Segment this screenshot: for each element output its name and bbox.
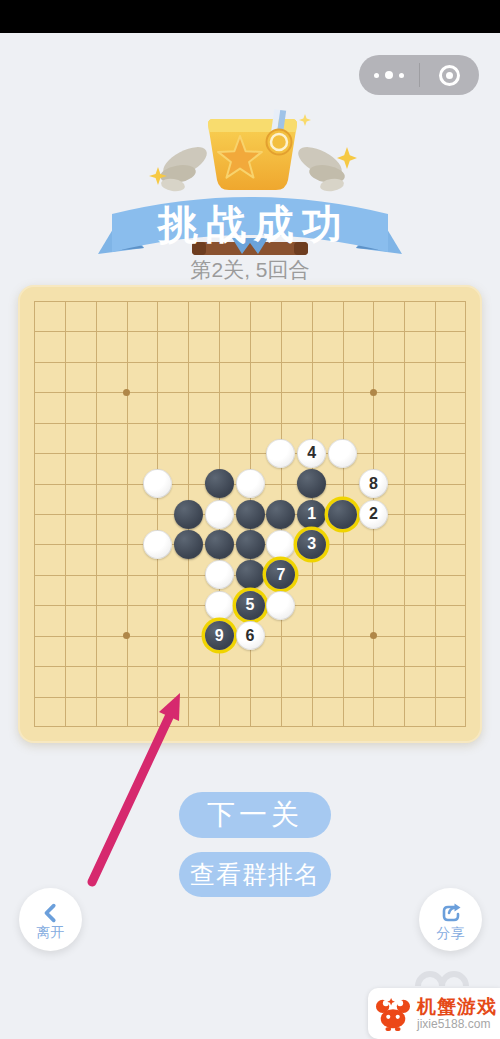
grid-cell <box>373 301 404 331</box>
grid-cell <box>312 331 343 361</box>
stone-black <box>236 560 265 589</box>
banner-title: 挑战成功 <box>0 197 500 252</box>
grid-cell <box>250 697 281 727</box>
board-grid: 481237596 <box>34 301 466 727</box>
grid-cell <box>157 666 188 696</box>
grid-cell <box>34 362 65 392</box>
grid-cell <box>404 605 435 635</box>
grid-cell <box>127 697 158 727</box>
grid-cell <box>34 697 65 727</box>
grid-cell <box>96 301 127 331</box>
grid-cell <box>404 697 435 727</box>
grid-cell <box>127 301 158 331</box>
grid-cell <box>96 392 127 422</box>
grid-cell <box>157 331 188 361</box>
grid-cell <box>96 636 127 666</box>
stone-white-move-2: 2 <box>359 500 388 529</box>
grid-cell <box>188 423 219 453</box>
grid-cell <box>281 301 312 331</box>
level-info: 第2关, 5回合 <box>0 256 500 284</box>
leave-button[interactable]: 离开 <box>19 888 82 951</box>
grid-cell <box>219 331 250 361</box>
grid-cell <box>404 636 435 666</box>
stone-white-move-4: 4 <box>297 439 326 468</box>
stone-white <box>205 500 234 529</box>
grid-cell <box>127 423 158 453</box>
grid-cell <box>435 331 466 361</box>
grid-cell <box>343 544 374 574</box>
stone-black <box>205 530 234 559</box>
grid-cell <box>404 484 435 514</box>
grid-cell <box>404 362 435 392</box>
grid-cell <box>404 666 435 696</box>
grid-cell <box>404 423 435 453</box>
gomoku-board: 481237596 <box>18 285 482 743</box>
grid-cell <box>96 362 127 392</box>
stone-white <box>266 439 295 468</box>
grid-cell <box>188 362 219 392</box>
grid-cell <box>127 636 158 666</box>
grid-cell <box>65 423 96 453</box>
grid-cell <box>312 301 343 331</box>
watermark-badge: 机蟹游戏 jixie5188.com <box>368 988 500 1039</box>
grid-cell <box>65 362 96 392</box>
stone-white <box>236 469 265 498</box>
share-button[interactable]: 分享 <box>419 888 482 951</box>
faint-watermark-curve <box>414 964 472 986</box>
grid-cell <box>404 331 435 361</box>
star-point <box>123 389 130 396</box>
grid-cell <box>157 392 188 422</box>
grid-cell <box>312 697 343 727</box>
close-minimize-button[interactable] <box>420 55 480 95</box>
grid-cell <box>65 514 96 544</box>
grid-cell <box>343 697 374 727</box>
grid-cell <box>373 575 404 605</box>
grid-cell <box>34 666 65 696</box>
watermark-site: jixie5188.com <box>417 1018 497 1032</box>
grid-cell <box>34 484 65 514</box>
stone-black <box>236 500 265 529</box>
grid-cell <box>157 605 188 635</box>
grid-cell <box>157 362 188 392</box>
leave-label: 离开 <box>37 925 65 939</box>
grid-cell <box>312 392 343 422</box>
grid-cell <box>188 697 219 727</box>
grid-cell <box>343 575 374 605</box>
group-ranking-button[interactable]: 查看群排名 <box>179 852 331 897</box>
grid-cell <box>250 331 281 361</box>
next-level-button[interactable]: 下一关 <box>179 792 331 838</box>
grid-cell <box>96 575 127 605</box>
grid-cell <box>157 301 188 331</box>
grid-cell <box>65 666 96 696</box>
grid-cell <box>435 362 466 392</box>
grid-cell <box>281 362 312 392</box>
grid-cell <box>96 423 127 453</box>
grid-cell <box>343 392 374 422</box>
grid-cell <box>435 301 466 331</box>
grid-cell <box>281 636 312 666</box>
stone-black-move-9: 9 <box>205 621 234 650</box>
stone-black <box>236 530 265 559</box>
grid-cell <box>343 362 374 392</box>
grid-cell <box>343 605 374 635</box>
crab-icon <box>374 997 412 1031</box>
stone-black <box>205 469 234 498</box>
grid-cell <box>373 544 404 574</box>
grid-cell <box>343 301 374 331</box>
grid-cell <box>157 697 188 727</box>
stone-black-move-1: 1 <box>297 500 326 529</box>
grid-cell <box>96 484 127 514</box>
grid-cell <box>157 636 188 666</box>
stone-black <box>266 500 295 529</box>
wechat-capsule <box>359 55 479 95</box>
grid-cell <box>312 666 343 696</box>
grid-cell <box>34 575 65 605</box>
grid-cell <box>96 453 127 483</box>
grid-cell <box>96 605 127 635</box>
grid-cell <box>157 575 188 605</box>
grid-cell <box>65 484 96 514</box>
grid-cell <box>65 544 96 574</box>
grid-cell <box>127 605 158 635</box>
stone-black <box>174 530 203 559</box>
grid-cell <box>435 636 466 666</box>
star-point <box>370 389 377 396</box>
grid-cell <box>312 362 343 392</box>
stone-black-move-5: 5 <box>236 591 265 620</box>
left-wing <box>159 141 212 193</box>
grid-cell <box>281 392 312 422</box>
grid-cell <box>127 362 158 392</box>
grid-cell <box>281 697 312 727</box>
grid-cell <box>404 392 435 422</box>
grid-cell <box>373 697 404 727</box>
grid-cell <box>34 301 65 331</box>
stone-white <box>143 530 172 559</box>
grid-cell <box>34 514 65 544</box>
grid-cell <box>34 423 65 453</box>
grid-cell <box>281 666 312 696</box>
grid-cell <box>435 605 466 635</box>
grid-cell <box>312 605 343 635</box>
grid-cell <box>219 666 250 696</box>
grid-cell <box>188 331 219 361</box>
grid-cell <box>435 423 466 453</box>
stone-white <box>328 439 357 468</box>
app-screen: 挑战成功 第2关, 5回合 481237596 下一关 查看群排名 离开 分享 <box>0 0 500 1039</box>
sparkle-icon <box>299 114 311 126</box>
grid-cell <box>343 666 374 696</box>
grid-cell <box>435 575 466 605</box>
grid-cell <box>435 697 466 727</box>
stone-white-move-8: 8 <box>359 469 388 498</box>
grid-cell <box>34 453 65 483</box>
stone-black-move-3: 3 <box>297 530 326 559</box>
grid-cell <box>96 666 127 696</box>
stone-white <box>266 591 295 620</box>
grid-cell <box>219 362 250 392</box>
grid-cell <box>250 392 281 422</box>
grid-cell <box>65 392 96 422</box>
stone-white <box>143 469 172 498</box>
grid-cell <box>127 666 158 696</box>
grid-cell <box>373 605 404 635</box>
grid-cell <box>96 544 127 574</box>
grid-cell <box>404 301 435 331</box>
grid-cell <box>34 331 65 361</box>
grid-cell <box>34 544 65 574</box>
grid-cell <box>373 423 404 453</box>
ellipsis-icon <box>385 71 393 79</box>
grid-cell <box>34 605 65 635</box>
stone-white <box>205 560 234 589</box>
grid-cell <box>65 697 96 727</box>
grid-cell <box>219 697 250 727</box>
grid-cell <box>435 484 466 514</box>
grid-cell <box>65 636 96 666</box>
grid-cell <box>96 514 127 544</box>
grid-cell <box>435 666 466 696</box>
grid-cell <box>127 331 158 361</box>
stone-black <box>174 500 203 529</box>
grid-cell <box>65 301 96 331</box>
grid-cell <box>219 423 250 453</box>
grid-cell <box>435 514 466 544</box>
grid-cell <box>34 392 65 422</box>
target-circle-icon <box>439 65 460 86</box>
grid-cell <box>127 392 158 422</box>
grid-cell <box>373 636 404 666</box>
grid-cell <box>219 392 250 422</box>
grid-cell <box>219 301 250 331</box>
grid-cell <box>373 666 404 696</box>
grid-cell <box>312 636 343 666</box>
grid-cell <box>435 544 466 574</box>
grid-cell <box>188 666 219 696</box>
grid-cell <box>435 453 466 483</box>
ellipsis-icon <box>374 73 379 78</box>
watermark-brand: 机蟹游戏 <box>417 996 497 1018</box>
right-wing <box>294 141 347 193</box>
grid-cell <box>373 362 404 392</box>
grid-cell <box>65 575 96 605</box>
grid-cell <box>127 575 158 605</box>
grid-cell <box>281 331 312 361</box>
grid-cell <box>404 453 435 483</box>
grid-cell <box>343 331 374 361</box>
ellipsis-icon <box>399 73 404 78</box>
stone-white <box>205 591 234 620</box>
grid-cell <box>188 392 219 422</box>
stone-white-move-6: 6 <box>236 621 265 650</box>
more-options-button[interactable] <box>359 55 419 95</box>
grid-cell <box>373 331 404 361</box>
grid-cell <box>65 453 96 483</box>
grid-cell <box>404 514 435 544</box>
grid-cell <box>96 697 127 727</box>
grid-cell <box>404 544 435 574</box>
grid-cell <box>435 392 466 422</box>
share-icon <box>439 901 463 925</box>
grid-cell <box>65 331 96 361</box>
grid-cell <box>250 362 281 392</box>
grid-cell <box>343 636 374 666</box>
grid-cell <box>373 392 404 422</box>
share-label: 分享 <box>437 926 465 940</box>
grid-cell <box>250 301 281 331</box>
grid-cell <box>96 331 127 361</box>
grid-cell <box>34 636 65 666</box>
grid-cell <box>65 605 96 635</box>
grid-cell <box>250 666 281 696</box>
grid-cell <box>157 423 188 453</box>
stone-black <box>328 500 357 529</box>
chevron-left-icon <box>40 902 62 924</box>
status-bar <box>0 0 500 33</box>
grid-cell <box>312 575 343 605</box>
grid-cell <box>188 301 219 331</box>
grid-cell <box>404 575 435 605</box>
